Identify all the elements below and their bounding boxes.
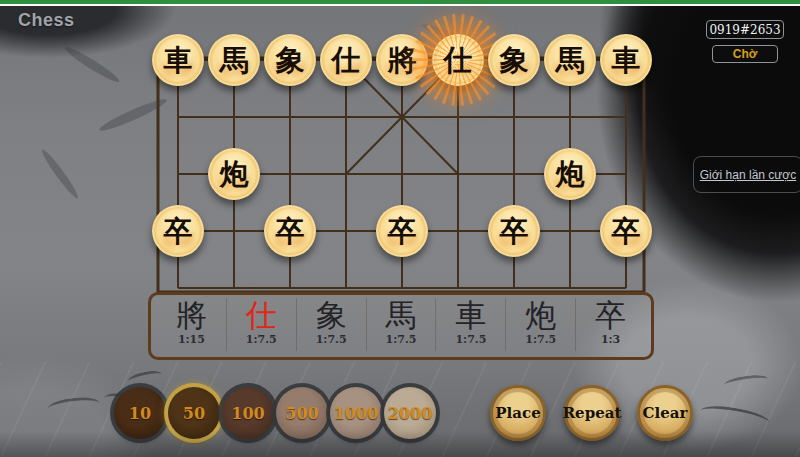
piece-char: 車: [612, 46, 641, 75]
piece-char: 卒: [164, 217, 193, 246]
bet-option-soldier[interactable]: 卒 1:3: [575, 298, 645, 351]
bet-char: 卒: [595, 298, 626, 332]
room-id: 0919#2653: [709, 23, 780, 37]
piece-char: 象: [500, 46, 529, 75]
piece-char: 卒: [500, 217, 529, 246]
piece-char: 炮: [220, 160, 249, 189]
bottom-vignette: [0, 431, 800, 457]
status-badge: Chờ: [712, 45, 778, 63]
piece-soldier: 卒: [152, 205, 204, 257]
piece-char: 卒: [388, 217, 417, 246]
piece-elephant: 象: [264, 34, 316, 86]
bet-char: 將: [176, 298, 207, 332]
piece-soldier: 卒: [600, 205, 652, 257]
bet-option-general[interactable]: 將 1:15: [157, 298, 226, 351]
chip-value: 100: [231, 404, 264, 423]
bamboo-leaf-decoration: [62, 44, 121, 86]
piece-cannon: 炮: [208, 148, 260, 200]
bet-limit-link[interactable]: Giới hạn lần cược: [700, 168, 796, 182]
bet-char: 馬: [386, 298, 417, 332]
betting-tray: 將 1:15 仕 1:7.5 象 1:7.5 馬 1:7.5 車 1:7.5 炮…: [148, 292, 654, 360]
piece-char: 炮: [556, 160, 585, 189]
piece-char: 卒: [276, 217, 305, 246]
bet-odds: 1:3: [601, 333, 620, 346]
bet-option-elephant[interactable]: 象 1:7.5: [296, 298, 366, 351]
chip-value: 2000: [388, 404, 433, 423]
piece-char: 馬: [220, 46, 249, 75]
bet-option-cannon[interactable]: 炮 1:7.5: [505, 298, 575, 351]
piece-char: 車: [164, 46, 193, 75]
bet-odds: 1:15: [178, 333, 205, 346]
piece-elephant: 象: [488, 34, 540, 86]
piece-horse: 馬: [544, 34, 596, 86]
bet-odds: 1:7.5: [455, 333, 486, 346]
clear-label: Clear: [643, 404, 688, 422]
piece-soldier: 卒: [264, 205, 316, 257]
bet-odds: 1:7.5: [246, 333, 277, 346]
bet-odds: 1:7.5: [386, 333, 417, 346]
piece-cannon: 炮: [544, 148, 596, 200]
bet-odds: 1:7.5: [525, 333, 556, 346]
piece-advisor-winner: 仕: [432, 34, 484, 86]
bet-option-chariot[interactable]: 車 1:7.5: [435, 298, 505, 351]
bet-odds: 1:7.5: [316, 333, 347, 346]
top-accent-divider: [0, 4, 800, 6]
chip-value: 10: [129, 404, 151, 423]
page-title: Chess: [18, 10, 75, 31]
piece-advisor: 仕: [320, 34, 372, 86]
piece-chariot: 車: [600, 34, 652, 86]
piece-soldier: 卒: [488, 205, 540, 257]
bet-char: 炮: [525, 298, 556, 332]
piece-char: 仕: [444, 46, 473, 75]
room-id-box: 0919#2653: [706, 20, 784, 39]
bet-option-advisor[interactable]: 仕 1:7.5: [226, 298, 296, 351]
piece-char: 象: [276, 46, 305, 75]
bet-char: 象: [316, 298, 347, 332]
status-text: Chờ: [733, 47, 758, 61]
chip-value: 1000: [334, 404, 379, 423]
chip-value: 50: [183, 404, 205, 423]
piece-char: 仕: [332, 46, 361, 75]
chip-value: 500: [285, 404, 318, 423]
piece-soldier: 卒: [376, 205, 428, 257]
place-label: Place: [495, 404, 540, 422]
piece-chariot: 車: [152, 34, 204, 86]
bet-limit-box[interactable]: Giới hạn lần cược: [693, 156, 800, 193]
bet-option-horse[interactable]: 馬 1:7.5: [366, 298, 436, 351]
bamboo-leaf-decoration: [39, 147, 81, 200]
piece-horse: 馬: [208, 34, 260, 86]
repeat-label: Repeat: [563, 404, 622, 422]
bet-char: 車: [455, 298, 486, 332]
piece-char: 卒: [612, 217, 641, 246]
piece-char: 馬: [556, 46, 585, 75]
bet-char: 仕: [246, 298, 277, 332]
game-screen: Chess 0919#2653 Chờ Giới hạn lần cược: [0, 0, 800, 457]
